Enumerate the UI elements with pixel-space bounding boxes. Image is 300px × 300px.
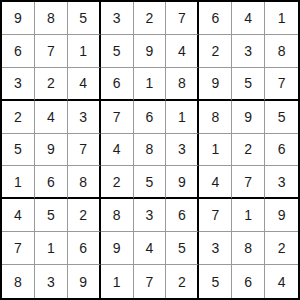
sudoku-cell-r5c2[interactable]: 9 — [35, 134, 68, 167]
sudoku-cell-r1c7[interactable]: 6 — [199, 2, 232, 35]
sudoku-cell-r1c9[interactable]: 1 — [265, 2, 298, 35]
sudoku-cell-r7c5[interactable]: 3 — [134, 199, 167, 232]
sudoku-cell-r9c1[interactable]: 8 — [2, 265, 35, 298]
sudoku-cell-r5c8[interactable]: 2 — [232, 134, 265, 167]
sudoku-cell-r7c1[interactable]: 4 — [2, 199, 35, 232]
sudoku-cell-r4c8[interactable]: 9 — [232, 101, 265, 134]
sudoku-cell-r2c5[interactable]: 9 — [134, 35, 167, 68]
sudoku-cell-r2c7[interactable]: 2 — [199, 35, 232, 68]
sudoku-cell-r6c2[interactable]: 6 — [35, 166, 68, 199]
sudoku-cell-r8c3[interactable]: 6 — [68, 232, 101, 265]
sudoku-cell-r5c3[interactable]: 7 — [68, 134, 101, 167]
sudoku-cell-r4c3[interactable]: 3 — [68, 101, 101, 134]
sudoku-cell-r7c4[interactable]: 8 — [101, 199, 134, 232]
sudoku-cell-r4c7[interactable]: 8 — [199, 101, 232, 134]
sudoku-cell-r2c2[interactable]: 7 — [35, 35, 68, 68]
sudoku-cell-r2c6[interactable]: 4 — [166, 35, 199, 68]
sudoku-cell-r6c8[interactable]: 7 — [232, 166, 265, 199]
sudoku-cell-r3c8[interactable]: 5 — [232, 68, 265, 101]
sudoku-cell-r8c9[interactable]: 2 — [265, 232, 298, 265]
sudoku-cell-r4c4[interactable]: 7 — [101, 101, 134, 134]
sudoku-cell-r1c2[interactable]: 8 — [35, 2, 68, 35]
sudoku-cell-r1c5[interactable]: 2 — [134, 2, 167, 35]
sudoku-cell-r5c9[interactable]: 6 — [265, 134, 298, 167]
sudoku-cell-r9c7[interactable]: 5 — [199, 265, 232, 298]
sudoku-cell-r6c1[interactable]: 1 — [2, 166, 35, 199]
sudoku-cell-r9c4[interactable]: 1 — [101, 265, 134, 298]
sudoku-cell-r3c9[interactable]: 7 — [265, 68, 298, 101]
sudoku-cell-r4c1[interactable]: 2 — [2, 101, 35, 134]
sudoku-cell-r5c6[interactable]: 3 — [166, 134, 199, 167]
sudoku-cell-r4c2[interactable]: 4 — [35, 101, 68, 134]
sudoku-cell-r6c9[interactable]: 3 — [265, 166, 298, 199]
sudoku-cell-r4c6[interactable]: 1 — [166, 101, 199, 134]
sudoku-cell-r7c9[interactable]: 9 — [265, 199, 298, 232]
sudoku-cell-r5c1[interactable]: 5 — [2, 134, 35, 167]
sudoku-cell-r2c8[interactable]: 3 — [232, 35, 265, 68]
sudoku-cell-r6c5[interactable]: 5 — [134, 166, 167, 199]
sudoku-cell-r8c7[interactable]: 3 — [199, 232, 232, 265]
sudoku-cell-r2c9[interactable]: 8 — [265, 35, 298, 68]
sudoku-cell-r3c6[interactable]: 8 — [166, 68, 199, 101]
sudoku-cell-r7c7[interactable]: 7 — [199, 199, 232, 232]
sudoku-cell-r4c9[interactable]: 5 — [265, 101, 298, 134]
sudoku-cell-r8c6[interactable]: 5 — [166, 232, 199, 265]
sudoku-cell-r4c5[interactable]: 6 — [134, 101, 167, 134]
sudoku-cell-r3c4[interactable]: 6 — [101, 68, 134, 101]
sudoku-cell-r6c4[interactable]: 2 — [101, 166, 134, 199]
sudoku-cell-r7c6[interactable]: 6 — [166, 199, 199, 232]
sudoku-cell-r2c4[interactable]: 5 — [101, 35, 134, 68]
sudoku-cell-r3c3[interactable]: 4 — [68, 68, 101, 101]
sudoku-cell-r6c3[interactable]: 8 — [68, 166, 101, 199]
sudoku-cell-r5c7[interactable]: 1 — [199, 134, 232, 167]
sudoku-cell-r2c1[interactable]: 6 — [2, 35, 35, 68]
sudoku-cell-r1c8[interactable]: 4 — [232, 2, 265, 35]
sudoku-cell-r3c5[interactable]: 1 — [134, 68, 167, 101]
sudoku-cell-r8c2[interactable]: 1 — [35, 232, 68, 265]
sudoku-cell-r3c7[interactable]: 9 — [199, 68, 232, 101]
sudoku-cell-r9c2[interactable]: 3 — [35, 265, 68, 298]
sudoku-cell-r9c8[interactable]: 6 — [232, 265, 265, 298]
sudoku-cell-r9c3[interactable]: 9 — [68, 265, 101, 298]
sudoku-cell-r7c3[interactable]: 2 — [68, 199, 101, 232]
sudoku-cell-r9c5[interactable]: 7 — [134, 265, 167, 298]
sudoku-cell-r3c2[interactable]: 2 — [35, 68, 68, 101]
sudoku-cell-r9c9[interactable]: 4 — [265, 265, 298, 298]
sudoku-cell-r1c4[interactable]: 3 — [101, 2, 134, 35]
sudoku-cell-r7c2[interactable]: 5 — [35, 199, 68, 232]
sudoku-cell-r1c1[interactable]: 9 — [2, 2, 35, 35]
sudoku-cell-r5c4[interactable]: 4 — [101, 134, 134, 167]
sudoku-cell-r3c1[interactable]: 3 — [2, 68, 35, 101]
sudoku-cell-r1c6[interactable]: 7 — [166, 2, 199, 35]
sudoku-cell-r8c8[interactable]: 8 — [232, 232, 265, 265]
sudoku-cell-r8c5[interactable]: 4 — [134, 232, 167, 265]
sudoku-cell-r6c7[interactable]: 4 — [199, 166, 232, 199]
sudoku-cell-r5c5[interactable]: 8 — [134, 134, 167, 167]
sudoku-cell-r9c6[interactable]: 2 — [166, 265, 199, 298]
sudoku-board: 9853276416715942383246189572437618955974… — [0, 0, 300, 300]
sudoku-cell-r8c1[interactable]: 7 — [2, 232, 35, 265]
sudoku-cell-r2c3[interactable]: 1 — [68, 35, 101, 68]
sudoku-cell-r8c4[interactable]: 9 — [101, 232, 134, 265]
sudoku-cell-r7c8[interactable]: 1 — [232, 199, 265, 232]
sudoku-cell-r1c3[interactable]: 5 — [68, 2, 101, 35]
sudoku-cell-r6c6[interactable]: 9 — [166, 166, 199, 199]
